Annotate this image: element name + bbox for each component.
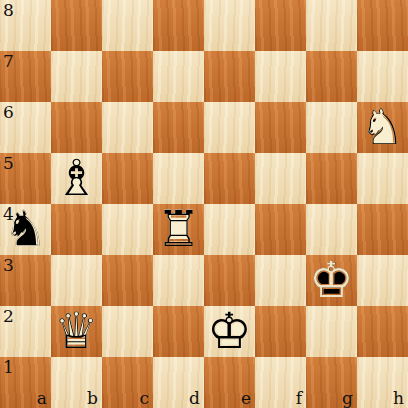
- square-f8[interactable]: [255, 0, 306, 51]
- square-e7[interactable]: [204, 51, 255, 102]
- square-g4[interactable]: [306, 204, 357, 255]
- rank-label: 7: [3, 53, 14, 70]
- piece-glyph-outline: ♔: [309, 255, 354, 305]
- square-c5[interactable]: [102, 153, 153, 204]
- file-label: c: [139, 390, 149, 407]
- black-king[interactable]: ♚♔: [306, 255, 357, 306]
- square-d1[interactable]: d: [153, 357, 204, 408]
- piece-glyph-outline: ♗: [54, 153, 99, 203]
- square-d8[interactable]: [153, 0, 204, 51]
- piece-glyph-outline: ♘: [360, 102, 405, 152]
- file-label: h: [393, 390, 404, 407]
- square-a2[interactable]: 2: [0, 306, 51, 357]
- square-d3[interactable]: [153, 255, 204, 306]
- white-bishop[interactable]: ♝♗: [51, 153, 102, 204]
- file-label: d: [189, 390, 200, 407]
- square-h3[interactable]: [357, 255, 408, 306]
- square-c1[interactable]: c: [102, 357, 153, 408]
- square-f3[interactable]: [255, 255, 306, 306]
- square-c3[interactable]: [102, 255, 153, 306]
- rank-label: 6: [3, 104, 14, 121]
- square-c4[interactable]: [102, 204, 153, 255]
- square-e8[interactable]: [204, 0, 255, 51]
- white-queen[interactable]: ♛♕: [51, 306, 102, 357]
- square-b2[interactable]: ♛♕: [51, 306, 102, 357]
- square-a7[interactable]: 7: [0, 51, 51, 102]
- square-h6[interactable]: ♞♘: [357, 102, 408, 153]
- square-b1[interactable]: b: [51, 357, 102, 408]
- square-g1[interactable]: g: [306, 357, 357, 408]
- square-b6[interactable]: [51, 102, 102, 153]
- square-g8[interactable]: [306, 0, 357, 51]
- rank-label: 1: [3, 359, 14, 376]
- square-g7[interactable]: [306, 51, 357, 102]
- square-e1[interactable]: e: [204, 357, 255, 408]
- square-h4[interactable]: [357, 204, 408, 255]
- file-label: f: [296, 390, 302, 407]
- file-label: a: [37, 390, 47, 407]
- piece-glyph-outline: ♖: [156, 204, 201, 254]
- square-g2[interactable]: [306, 306, 357, 357]
- square-b8[interactable]: [51, 0, 102, 51]
- square-b5[interactable]: ♝♗: [51, 153, 102, 204]
- square-a1[interactable]: 1a: [0, 357, 51, 408]
- white-rook[interactable]: ♜♖: [153, 204, 204, 255]
- square-a8[interactable]: 8: [0, 0, 51, 51]
- square-b7[interactable]: [51, 51, 102, 102]
- white-knight[interactable]: ♞♘: [357, 102, 408, 153]
- file-label: g: [342, 390, 353, 407]
- square-a5[interactable]: 5: [0, 153, 51, 204]
- square-g6[interactable]: [306, 102, 357, 153]
- square-f4[interactable]: [255, 204, 306, 255]
- rank-label: 8: [3, 2, 14, 19]
- square-a3[interactable]: 3: [0, 255, 51, 306]
- file-label: b: [87, 390, 98, 407]
- square-f2[interactable]: [255, 306, 306, 357]
- square-g5[interactable]: [306, 153, 357, 204]
- file-label: e: [241, 390, 251, 407]
- square-c7[interactable]: [102, 51, 153, 102]
- rank-label: 3: [3, 257, 14, 274]
- square-a6[interactable]: 6: [0, 102, 51, 153]
- square-e2[interactable]: ♚♔: [204, 306, 255, 357]
- square-h7[interactable]: [357, 51, 408, 102]
- rank-label: 5: [3, 155, 14, 172]
- chess-board: 876♞♘5♝♗4♞♘♜♖3♚♔2♛♕♚♔1abcdefgh: [0, 0, 408, 408]
- square-d4[interactable]: ♜♖: [153, 204, 204, 255]
- square-d5[interactable]: [153, 153, 204, 204]
- square-e4[interactable]: [204, 204, 255, 255]
- white-king[interactable]: ♚♔: [204, 306, 255, 357]
- rank-label: 2: [3, 308, 14, 325]
- square-h2[interactable]: [357, 306, 408, 357]
- square-f1[interactable]: f: [255, 357, 306, 408]
- square-a4[interactable]: 4♞♘: [0, 204, 51, 255]
- square-h1[interactable]: h: [357, 357, 408, 408]
- square-c8[interactable]: [102, 0, 153, 51]
- square-b4[interactable]: [51, 204, 102, 255]
- square-c2[interactable]: [102, 306, 153, 357]
- square-f7[interactable]: [255, 51, 306, 102]
- piece-glyph-outline: ♕: [54, 306, 99, 356]
- square-e5[interactable]: [204, 153, 255, 204]
- square-h5[interactable]: [357, 153, 408, 204]
- square-d2[interactable]: [153, 306, 204, 357]
- piece-glyph-outline: ♔: [207, 306, 252, 356]
- square-d7[interactable]: [153, 51, 204, 102]
- square-h8[interactable]: [357, 0, 408, 51]
- square-f6[interactable]: [255, 102, 306, 153]
- square-b3[interactable]: [51, 255, 102, 306]
- square-c6[interactable]: [102, 102, 153, 153]
- square-e6[interactable]: [204, 102, 255, 153]
- square-g3[interactable]: ♚♔: [306, 255, 357, 306]
- square-d6[interactable]: [153, 102, 204, 153]
- square-e3[interactable]: [204, 255, 255, 306]
- black-knight[interactable]: ♞♘: [0, 204, 51, 255]
- piece-glyph-outline: ♘: [3, 204, 48, 254]
- square-f5[interactable]: [255, 153, 306, 204]
